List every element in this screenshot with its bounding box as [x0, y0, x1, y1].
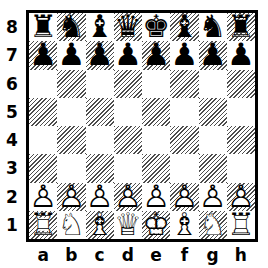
file-label-f: f: [170, 245, 198, 267]
piece-glyph: ♟: [199, 39, 227, 70]
file-labels: abcdefgh: [29, 245, 255, 267]
square-b5[interactable]: [57, 98, 85, 126]
rank-label-8: 8: [0, 13, 24, 41]
square-b1[interactable]: ♞♘: [57, 211, 85, 239]
square-b7[interactable]: ♟♟: [57, 41, 85, 69]
square-h4[interactable]: [227, 126, 255, 154]
file-label-b: b: [57, 245, 85, 267]
square-a1[interactable]: ♜♖: [29, 211, 57, 239]
piece-glyph: ♘: [199, 208, 227, 239]
square-e6[interactable]: [142, 70, 170, 98]
piece-black-pawn[interactable]: ♟♟: [170, 41, 198, 69]
square-d6[interactable]: [114, 70, 142, 98]
square-e1[interactable]: ♚♔: [142, 211, 170, 239]
piece-glyph: ♖: [29, 208, 57, 239]
piece-white-rook[interactable]: ♜♖: [29, 211, 57, 239]
rank-label-4: 4: [0, 126, 24, 154]
piece-glyph: ♟: [86, 39, 114, 70]
piece-glyph: ♗: [86, 208, 114, 239]
square-c1[interactable]: ♝♗: [86, 211, 114, 239]
square-a4[interactable]: [29, 126, 57, 154]
piece-black-pawn[interactable]: ♟♟: [199, 41, 227, 69]
square-b6[interactable]: [57, 70, 85, 98]
square-g5[interactable]: [199, 98, 227, 126]
square-g6[interactable]: [199, 70, 227, 98]
piece-black-pawn[interactable]: ♟♟: [142, 41, 170, 69]
square-g1[interactable]: ♞♘: [199, 211, 227, 239]
square-f6[interactable]: [170, 70, 198, 98]
piece-glyph: ♟: [114, 39, 142, 70]
file-label-g: g: [199, 245, 227, 267]
square-b4[interactable]: [57, 126, 85, 154]
piece-glyph: ♕: [114, 208, 142, 239]
piece-glyph: ♟: [142, 39, 170, 70]
rank-label-5: 5: [0, 98, 24, 126]
square-a5[interactable]: [29, 98, 57, 126]
piece-white-rook[interactable]: ♜♖: [227, 211, 255, 239]
square-d4[interactable]: [114, 126, 142, 154]
square-h5[interactable]: [227, 98, 255, 126]
square-c7[interactable]: ♟♟: [86, 41, 114, 69]
piece-black-pawn[interactable]: ♟♟: [29, 41, 57, 69]
chess-board[interactable]: ♜♜♞♞♝♝♛♛♚♚♝♝♞♞♜♜♟♟♟♟♟♟♟♟♟♟♟♟♟♟♟♟♟♙♟♙♟♙♟♙…: [26, 10, 258, 242]
rank-label-7: 7: [0, 41, 24, 69]
piece-white-knight[interactable]: ♞♘: [57, 211, 85, 239]
file-label-e: e: [142, 245, 170, 267]
piece-white-queen[interactable]: ♛♕: [114, 211, 142, 239]
square-g7[interactable]: ♟♟: [199, 41, 227, 69]
piece-black-pawn[interactable]: ♟♟: [227, 41, 255, 69]
square-d5[interactable]: [114, 98, 142, 126]
piece-black-pawn[interactable]: ♟♟: [86, 41, 114, 69]
piece-glyph: ♟: [57, 39, 85, 70]
piece-white-knight[interactable]: ♞♘: [199, 211, 227, 239]
square-d1[interactable]: ♛♕: [114, 211, 142, 239]
file-label-a: a: [29, 245, 57, 267]
file-label-d: d: [114, 245, 142, 267]
square-h7[interactable]: ♟♟: [227, 41, 255, 69]
rank-label-3: 3: [0, 154, 24, 182]
piece-glyph: ♖: [227, 208, 255, 239]
square-h1[interactable]: ♜♖: [227, 211, 255, 239]
square-a7[interactable]: ♟♟: [29, 41, 57, 69]
rank-label-2: 2: [0, 183, 24, 211]
square-e5[interactable]: [142, 98, 170, 126]
square-c6[interactable]: [86, 70, 114, 98]
piece-white-bishop[interactable]: ♝♗: [170, 211, 198, 239]
piece-black-pawn[interactable]: ♟♟: [57, 41, 85, 69]
piece-white-bishop[interactable]: ♝♗: [86, 211, 114, 239]
square-c5[interactable]: [86, 98, 114, 126]
piece-glyph: ♗: [170, 208, 198, 239]
square-h6[interactable]: [227, 70, 255, 98]
piece-glyph: ♟: [227, 39, 255, 70]
square-d7[interactable]: ♟♟: [114, 41, 142, 69]
square-f7[interactable]: ♟♟: [170, 41, 198, 69]
rank-labels: 87654321: [0, 13, 24, 239]
square-f5[interactable]: [170, 98, 198, 126]
piece-glyph: ♟: [170, 39, 198, 70]
square-a6[interactable]: [29, 70, 57, 98]
file-label-h: h: [227, 245, 255, 267]
piece-glyph: ♔: [142, 208, 170, 239]
square-g4[interactable]: [199, 126, 227, 154]
square-e4[interactable]: [142, 126, 170, 154]
square-c4[interactable]: [86, 126, 114, 154]
rank-label-6: 6: [0, 70, 24, 98]
piece-glyph: ♟: [29, 39, 57, 70]
piece-glyph: ♘: [57, 208, 85, 239]
square-e7[interactable]: ♟♟: [142, 41, 170, 69]
square-f1[interactable]: ♝♗: [170, 211, 198, 239]
file-label-c: c: [86, 245, 114, 267]
piece-white-king[interactable]: ♚♔: [142, 211, 170, 239]
square-f4[interactable]: [170, 126, 198, 154]
rank-label-1: 1: [0, 211, 24, 239]
piece-black-pawn[interactable]: ♟♟: [114, 41, 142, 69]
chess-diagram: 87654321 ♜♜♞♞♝♝♛♛♚♚♝♝♞♞♜♜♟♟♟♟♟♟♟♟♟♟♟♟♟♟♟…: [0, 0, 268, 268]
